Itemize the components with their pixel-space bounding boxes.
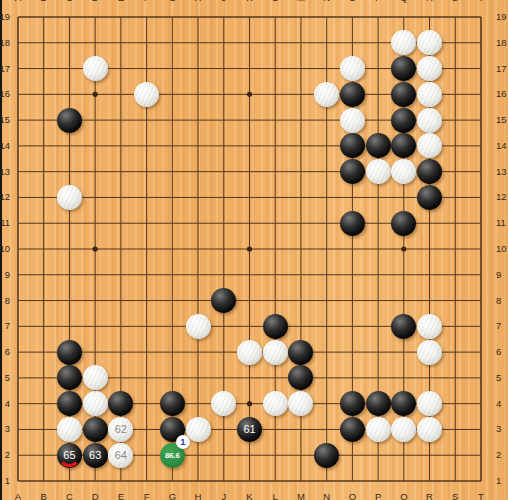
row-label-left: 15 (0, 114, 10, 126)
col-label-bottom: J (216, 491, 232, 500)
row-label-left: 12 (0, 191, 10, 203)
row-label-right: 19 (496, 11, 508, 23)
col-label-bottom: Q (396, 491, 412, 500)
col-label-top: T (473, 0, 489, 4)
white-stone-O15 (340, 108, 365, 133)
black-stone-D2: 63 (83, 443, 108, 468)
black-stone-Q15 (391, 108, 416, 133)
row-label-left: 17 (0, 63, 10, 75)
black-stone-N2 (314, 443, 339, 468)
white-stone-C12 (57, 185, 82, 210)
star-point (93, 246, 98, 251)
col-label-bottom: R (422, 491, 438, 500)
suggestion-winrate: 86.6 (165, 451, 180, 460)
col-label-bottom: L (267, 491, 283, 500)
col-label-bottom: F (139, 491, 155, 500)
col-label-top: H (190, 0, 206, 4)
white-stone-L4 (263, 391, 288, 416)
row-label-left: 4 (0, 398, 10, 410)
star-point (401, 246, 406, 251)
row-label-left: 10 (0, 243, 10, 255)
white-stone-R17 (417, 56, 442, 81)
row-label-left: 14 (0, 140, 10, 152)
col-label-top: A (10, 0, 26, 4)
black-stone-P14 (366, 133, 391, 158)
row-label-right: 8 (496, 295, 508, 307)
row-label-right: 10 (496, 243, 508, 255)
col-label-top: J (216, 0, 232, 4)
row-label-left: 1 (0, 475, 10, 487)
row-label-right: 1 (496, 475, 508, 487)
black-stone-O13 (340, 159, 365, 184)
move-number: 61 (243, 424, 255, 435)
white-stone-R3 (417, 417, 442, 442)
row-label-right: 15 (496, 114, 508, 126)
black-stone-Q16 (391, 82, 416, 107)
col-label-bottom: K (242, 491, 258, 500)
col-label-top: L (267, 0, 283, 4)
move-number: 64 (115, 450, 127, 461)
black-stone-C2: 65 (57, 443, 82, 468)
row-label-left: 8 (0, 295, 10, 307)
move-number: 62 (115, 424, 127, 435)
black-stone-O4 (340, 391, 365, 416)
white-stone-R15 (417, 108, 442, 133)
row-label-left: 7 (0, 320, 10, 332)
star-point (247, 92, 252, 97)
white-stone-N16 (314, 82, 339, 107)
white-stone-R6 (417, 340, 442, 365)
col-label-bottom: E (113, 491, 129, 500)
col-label-bottom: C (61, 491, 77, 500)
black-stone-C15 (57, 108, 82, 133)
star-point (247, 401, 252, 406)
row-label-right: 16 (496, 88, 508, 100)
black-stone-C6 (57, 340, 82, 365)
row-label-left: 5 (0, 372, 10, 384)
col-label-bottom: T (473, 491, 489, 500)
row-label-right: 9 (496, 269, 508, 281)
white-stone-H7 (186, 314, 211, 339)
col-label-bottom: M (293, 491, 309, 500)
col-label-bottom: G (164, 491, 180, 500)
row-label-left: 3 (0, 423, 10, 435)
col-label-bottom: B (36, 491, 52, 500)
white-stone-R7 (417, 314, 442, 339)
row-label-left: 2 (0, 449, 10, 461)
white-stone-E2: 64 (108, 443, 133, 468)
black-stone-Q7 (391, 314, 416, 339)
suggestion-rank-badge: 1 (176, 435, 190, 449)
white-stone-P3 (366, 417, 391, 442)
white-stone-R16 (417, 82, 442, 107)
black-stone-O11 (340, 211, 365, 236)
row-label-right: 11 (496, 217, 508, 229)
white-stone-K6 (237, 340, 262, 365)
star-point (93, 92, 98, 97)
white-stone-L6 (263, 340, 288, 365)
black-stone-O16 (340, 82, 365, 107)
row-label-left: 13 (0, 166, 10, 178)
col-label-top: K (242, 0, 258, 4)
white-stone-D4 (83, 391, 108, 416)
row-label-left: 11 (0, 217, 10, 229)
row-label-left: 18 (0, 37, 10, 49)
row-label-right: 12 (496, 191, 508, 203)
move-number: 63 (89, 450, 101, 461)
ai-suggestion-circle[interactable]: 86.6 1 (160, 443, 185, 468)
row-label-right: 7 (496, 320, 508, 332)
white-stone-P13 (366, 159, 391, 184)
black-stone-L7 (263, 314, 288, 339)
row-label-right: 13 (496, 166, 508, 178)
col-label-top: O (344, 0, 360, 4)
black-stone-C4 (57, 391, 82, 416)
white-stone-C3 (57, 417, 82, 442)
col-label-bottom: O (344, 491, 360, 500)
go-board[interactable]: AABBCCDDEEFFGGHHJJKKLLMMNNOOPPQQRRSSTT19… (0, 0, 508, 500)
row-label-right: 3 (496, 423, 508, 435)
black-stone-D3 (83, 417, 108, 442)
row-label-left: 16 (0, 88, 10, 100)
row-label-left: 6 (0, 346, 10, 358)
col-label-top: N (319, 0, 335, 4)
col-label-top: R (422, 0, 438, 4)
black-stone-Q11 (391, 211, 416, 236)
star-point (247, 246, 252, 251)
row-label-right: 5 (496, 372, 508, 384)
white-stone-O17 (340, 56, 365, 81)
row-label-right: 4 (496, 398, 508, 410)
row-label-right: 17 (496, 63, 508, 75)
col-label-top: B (36, 0, 52, 4)
col-label-top: C (61, 0, 77, 4)
col-label-bottom: S (447, 491, 463, 500)
black-stone-M6 (288, 340, 313, 365)
white-stone-D17 (83, 56, 108, 81)
col-label-bottom: H (190, 491, 206, 500)
row-label-right: 6 (496, 346, 508, 358)
row-label-right: 14 (496, 140, 508, 152)
col-label-top: E (113, 0, 129, 4)
row-label-left: 9 (0, 269, 10, 281)
col-label-top: F (139, 0, 155, 4)
black-stone-G4 (160, 391, 185, 416)
col-label-bottom: A (10, 491, 26, 500)
red-arc-marker (58, 444, 81, 467)
black-stone-P4 (366, 391, 391, 416)
col-label-bottom: N (319, 491, 335, 500)
col-label-top: Q (396, 0, 412, 4)
row-label-left: 19 (0, 11, 10, 23)
row-label-right: 18 (496, 37, 508, 49)
black-stone-K3: 61 (237, 417, 262, 442)
col-label-top: D (87, 0, 103, 4)
col-label-bottom: D (87, 491, 103, 500)
col-label-bottom: P (370, 491, 386, 500)
col-label-top: S (447, 0, 463, 4)
white-stone-F16 (134, 82, 159, 107)
col-label-top: M (293, 0, 309, 4)
col-label-top: G (164, 0, 180, 4)
white-stone-D5 (83, 365, 108, 390)
row-label-right: 2 (496, 449, 508, 461)
black-stone-O3 (340, 417, 365, 442)
col-label-top: P (370, 0, 386, 4)
black-stone-R12 (417, 185, 442, 210)
